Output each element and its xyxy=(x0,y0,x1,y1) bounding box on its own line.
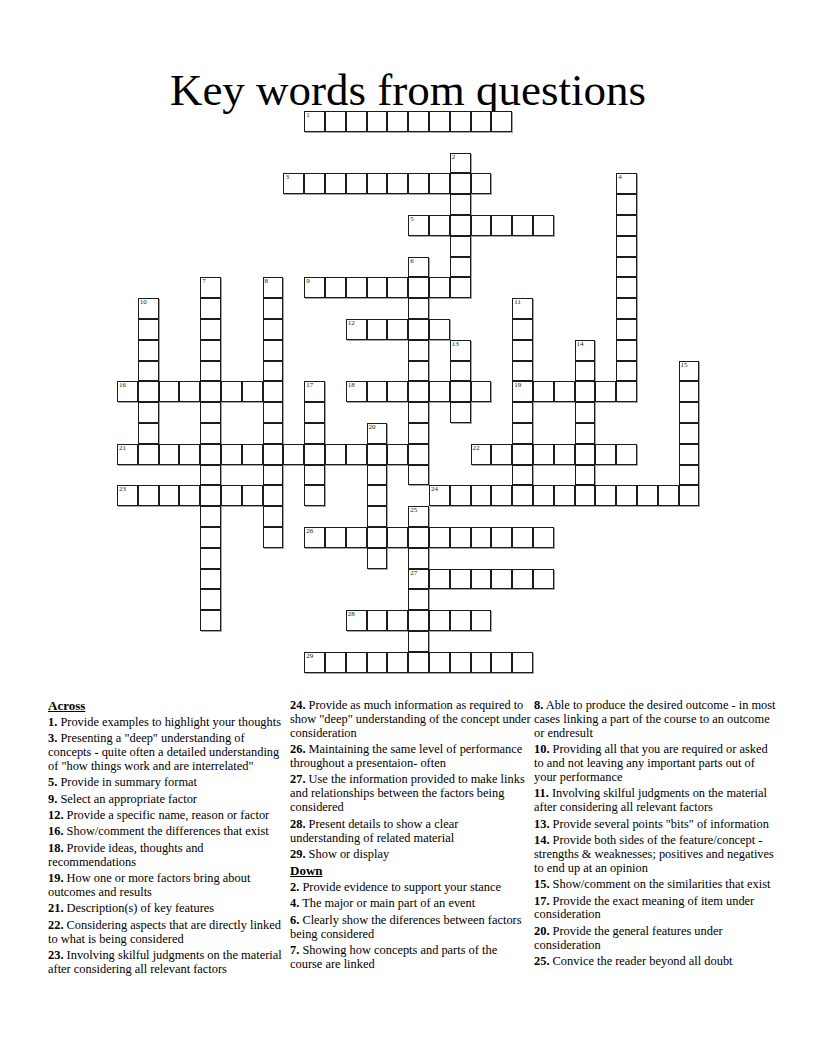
cell[interactable] xyxy=(471,173,492,194)
cell[interactable] xyxy=(575,361,596,382)
cell[interactable]: 13 xyxy=(450,340,471,361)
clues-column-1: Across 1. Provide examples to highlight … xyxy=(48,699,288,979)
cell[interactable] xyxy=(575,444,596,465)
clue: 11. Involving skilful judgments on the m… xyxy=(534,787,777,815)
across-header: Across xyxy=(48,699,288,714)
cell[interactable]: 24 xyxy=(429,485,450,506)
cell[interactable] xyxy=(387,652,408,673)
cell[interactable] xyxy=(179,381,200,402)
cell[interactable] xyxy=(408,631,429,652)
cell[interactable] xyxy=(575,402,596,423)
cell[interactable] xyxy=(679,444,700,465)
cell[interactable] xyxy=(200,548,221,569)
clue-number: 25 xyxy=(410,506,417,514)
clue-number: 7 xyxy=(202,277,206,285)
clue-number: 26 xyxy=(306,527,313,535)
cell[interactable] xyxy=(263,423,284,444)
clue: 9. Select an appropriate factor xyxy=(48,793,288,807)
cell[interactable] xyxy=(616,319,637,340)
cell[interactable] xyxy=(200,319,221,340)
cell[interactable] xyxy=(471,485,492,506)
cell[interactable] xyxy=(450,236,471,257)
clue-number: 21 xyxy=(119,444,126,452)
across-clues-part1: 1. Provide examples to highlight your th… xyxy=(48,716,288,977)
cell[interactable] xyxy=(408,527,429,548)
cell[interactable] xyxy=(263,381,284,402)
cell[interactable] xyxy=(200,361,221,382)
cell[interactable]: 16 xyxy=(117,381,138,402)
clue-number: 20 xyxy=(369,423,376,431)
cell[interactable] xyxy=(616,381,637,402)
cell[interactable] xyxy=(408,381,429,402)
clue: 12. Provide a specific name, reason or f… xyxy=(48,809,288,823)
cell[interactable] xyxy=(367,652,388,673)
clue-number: 23 xyxy=(119,485,126,493)
cell[interactable]: 8 xyxy=(263,277,284,298)
cell[interactable] xyxy=(242,444,263,465)
clue-number: 8 xyxy=(265,277,269,285)
clue-number: 1 xyxy=(306,111,310,119)
cell[interactable] xyxy=(554,444,575,465)
cell[interactable] xyxy=(221,381,242,402)
cell[interactable] xyxy=(200,298,221,319)
cell[interactable]: 22 xyxy=(471,444,492,465)
clue-number: 4 xyxy=(618,173,622,181)
cell[interactable] xyxy=(200,527,221,548)
clue-number: 17 xyxy=(306,381,313,389)
cell[interactable]: 19 xyxy=(512,381,533,402)
cell[interactable] xyxy=(200,610,221,631)
cell[interactable]: 25 xyxy=(408,506,429,527)
cell[interactable] xyxy=(429,111,450,132)
cell[interactable] xyxy=(575,485,596,506)
cell[interactable] xyxy=(200,465,221,486)
cell[interactable] xyxy=(679,465,700,486)
clue: 28. Present details to show a clear unde… xyxy=(290,818,531,846)
cell[interactable] xyxy=(263,361,284,382)
cell[interactable]: 12 xyxy=(346,319,367,340)
cell[interactable]: 6 xyxy=(408,257,429,278)
cell[interactable] xyxy=(159,381,180,402)
cell[interactable] xyxy=(221,485,242,506)
cell[interactable] xyxy=(263,465,284,486)
cell[interactable] xyxy=(575,465,596,486)
cell[interactable] xyxy=(616,215,637,236)
clue-number: 3 xyxy=(285,173,289,181)
clue: 16. Show/comment the differences that ex… xyxy=(48,825,288,839)
clue-number: 10 xyxy=(140,298,147,306)
clues-column-3: 8. Able to produce the desired outcome -… xyxy=(534,699,777,972)
cell[interactable]: 5 xyxy=(408,215,429,236)
cell[interactable] xyxy=(595,444,616,465)
cell[interactable] xyxy=(283,444,304,465)
cell[interactable]: 4 xyxy=(616,173,637,194)
cell[interactable] xyxy=(429,173,450,194)
cell[interactable] xyxy=(450,361,471,382)
clue-number: 24 xyxy=(431,485,438,493)
cell[interactable] xyxy=(658,485,679,506)
cell[interactable] xyxy=(533,444,554,465)
cell[interactable] xyxy=(408,652,429,673)
cell[interactable] xyxy=(138,319,159,340)
cell[interactable] xyxy=(408,548,429,569)
across-clues-part2: 24. Provide as much information as requi… xyxy=(290,699,531,862)
cell[interactable]: 21 xyxy=(117,444,138,465)
clue: 5. Provide in summary format xyxy=(48,776,288,790)
cell[interactable] xyxy=(450,402,471,423)
cell[interactable] xyxy=(242,485,263,506)
clue: 24. Provide as much information as requi… xyxy=(290,699,531,741)
cell[interactable] xyxy=(450,277,471,298)
cell[interactable] xyxy=(491,652,512,673)
cell[interactable] xyxy=(533,485,554,506)
cell[interactable] xyxy=(242,381,263,402)
cell[interactable] xyxy=(387,277,408,298)
cell[interactable] xyxy=(304,465,325,486)
cell[interactable] xyxy=(367,319,388,340)
cell[interactable] xyxy=(325,111,346,132)
cell[interactable] xyxy=(304,423,325,444)
cell[interactable] xyxy=(367,506,388,527)
cell[interactable] xyxy=(138,381,159,402)
cell[interactable] xyxy=(408,423,429,444)
cell[interactable] xyxy=(616,236,637,257)
cell[interactable] xyxy=(200,402,221,423)
cell[interactable] xyxy=(387,610,408,631)
cell[interactable] xyxy=(491,215,512,236)
cell[interactable] xyxy=(450,215,471,236)
clue: 26. Maintaining the same level of perfor… xyxy=(290,743,531,771)
cell[interactable] xyxy=(616,257,637,278)
cell[interactable] xyxy=(325,652,346,673)
cell[interactable] xyxy=(408,298,429,319)
cell[interactable]: 17 xyxy=(304,381,325,402)
cell[interactable]: 10 xyxy=(138,298,159,319)
clues-column-2: 24. Provide as much information as requi… xyxy=(290,699,531,974)
cell[interactable] xyxy=(408,465,429,486)
cell[interactable] xyxy=(679,423,700,444)
cell[interactable] xyxy=(512,652,533,673)
cell[interactable] xyxy=(679,402,700,423)
clue-number: 5 xyxy=(410,215,414,223)
cell[interactable] xyxy=(450,111,471,132)
cell[interactable] xyxy=(533,527,554,548)
clue-number: 6 xyxy=(410,257,414,265)
cell[interactable] xyxy=(200,506,221,527)
cell[interactable] xyxy=(367,381,388,402)
cell[interactable] xyxy=(471,652,492,673)
cell[interactable] xyxy=(429,610,450,631)
cell[interactable] xyxy=(367,485,388,506)
clue-number: 9 xyxy=(306,277,310,285)
cell[interactable] xyxy=(367,610,388,631)
cell[interactable] xyxy=(512,485,533,506)
cell[interactable] xyxy=(387,173,408,194)
cell[interactable] xyxy=(387,444,408,465)
clue-number: 28 xyxy=(348,610,355,618)
clue: 20. Provide the general features under c… xyxy=(534,925,777,953)
cell[interactable] xyxy=(491,527,512,548)
cell[interactable] xyxy=(450,257,471,278)
cell[interactable]: 3 xyxy=(283,173,304,194)
down-clues-part1: 2. Provide evidence to support your stan… xyxy=(290,881,531,972)
cell[interactable] xyxy=(408,111,429,132)
clue: 3. Presenting a "deep" understanding of … xyxy=(48,732,288,774)
cell[interactable] xyxy=(346,444,367,465)
cell[interactable] xyxy=(616,485,637,506)
clue: 6. Clearly show the diferences between f… xyxy=(290,914,531,942)
cell[interactable] xyxy=(387,527,408,548)
cell[interactable] xyxy=(450,173,471,194)
clue-number: 22 xyxy=(473,444,480,452)
clue: 18. Provide ideas, thoughts and recommen… xyxy=(48,842,288,870)
clue: 4. The major or main part of an event xyxy=(290,897,531,911)
cell[interactable] xyxy=(387,381,408,402)
cell[interactable] xyxy=(429,319,450,340)
cell[interactable] xyxy=(616,444,637,465)
cell[interactable] xyxy=(512,444,533,465)
cell[interactable] xyxy=(367,465,388,486)
cell[interactable] xyxy=(595,381,616,402)
cell[interactable] xyxy=(325,173,346,194)
cell[interactable] xyxy=(346,652,367,673)
cell[interactable] xyxy=(367,111,388,132)
clue: 29. Show or display xyxy=(290,848,531,862)
cell[interactable] xyxy=(408,610,429,631)
cell[interactable] xyxy=(408,444,429,465)
cell[interactable] xyxy=(200,589,221,610)
cell[interactable] xyxy=(512,569,533,590)
cell[interactable] xyxy=(429,277,450,298)
cell[interactable]: 2 xyxy=(450,153,471,174)
cell[interactable] xyxy=(408,402,429,423)
cell[interactable] xyxy=(200,423,221,444)
cell[interactable]: 7 xyxy=(200,277,221,298)
cell[interactable] xyxy=(429,215,450,236)
clue-number: 18 xyxy=(348,381,355,389)
cell[interactable] xyxy=(637,485,658,506)
clue-number: 11 xyxy=(514,298,521,306)
cell[interactable] xyxy=(200,340,221,361)
clue-number: 12 xyxy=(348,319,355,327)
crossword-grid: 1234567891011121314151617181920212223242… xyxy=(117,111,699,673)
cell[interactable] xyxy=(491,485,512,506)
cell[interactable] xyxy=(304,402,325,423)
cell[interactable] xyxy=(387,319,408,340)
clue: 27. Use the information provided to make… xyxy=(290,773,531,815)
clue-number: 13 xyxy=(452,340,459,348)
cell[interactable] xyxy=(304,444,325,465)
cell[interactable]: 20 xyxy=(367,423,388,444)
cell[interactable] xyxy=(263,506,284,527)
clue: 21. Description(s) of key features xyxy=(48,902,288,916)
cell[interactable] xyxy=(387,111,408,132)
cell[interactable] xyxy=(595,485,616,506)
cell[interactable] xyxy=(616,361,637,382)
clue: 23. Involving skilful judgments on the m… xyxy=(48,949,288,977)
clue-number: 27 xyxy=(410,569,417,577)
cell[interactable] xyxy=(533,569,554,590)
cell[interactable] xyxy=(471,569,492,590)
cell[interactable] xyxy=(679,381,700,402)
cell[interactable] xyxy=(325,527,346,548)
cell[interactable] xyxy=(263,402,284,423)
clue-number: 15 xyxy=(681,361,688,369)
cell[interactable] xyxy=(429,652,450,673)
cell[interactable] xyxy=(429,527,450,548)
cell[interactable] xyxy=(346,111,367,132)
clue-number: 14 xyxy=(577,340,584,348)
cell[interactable] xyxy=(408,277,429,298)
cell[interactable] xyxy=(200,569,221,590)
cell[interactable] xyxy=(450,610,471,631)
cell[interactable] xyxy=(221,444,242,465)
cell[interactable] xyxy=(179,485,200,506)
cell[interactable] xyxy=(450,485,471,506)
clue-number: 29 xyxy=(306,652,313,660)
cell[interactable] xyxy=(304,485,325,506)
cell[interactable] xyxy=(491,569,512,590)
cell[interactable] xyxy=(575,423,596,444)
cell[interactable] xyxy=(575,381,596,402)
clue: 13. Provide several points "bits" of inf… xyxy=(534,818,777,832)
cell[interactable]: 18 xyxy=(346,381,367,402)
cell[interactable] xyxy=(346,277,367,298)
cell[interactable] xyxy=(512,340,533,361)
clue: 10. Providing all that you are required … xyxy=(534,743,777,785)
cell[interactable] xyxy=(408,173,429,194)
page-title: Key words from questions xyxy=(0,64,816,116)
cell[interactable] xyxy=(450,569,471,590)
clue: 8. Able to produce the desired outcome -… xyxy=(534,699,777,741)
cell[interactable] xyxy=(554,485,575,506)
cell[interactable] xyxy=(138,402,159,423)
clue: 22. Considering aspects that are directl… xyxy=(48,919,288,947)
clue: 19. How one or more factors bring about … xyxy=(48,872,288,900)
cell[interactable] xyxy=(450,381,471,402)
cell[interactable] xyxy=(512,319,533,340)
cell[interactable] xyxy=(138,485,159,506)
cell[interactable] xyxy=(263,527,284,548)
cell[interactable] xyxy=(325,277,346,298)
cell[interactable]: 28 xyxy=(346,610,367,631)
cell[interactable] xyxy=(325,444,346,465)
cell[interactable] xyxy=(616,340,637,361)
page: { "game": "crossword", "title": "Key wor… xyxy=(0,0,816,1056)
cell[interactable] xyxy=(367,548,388,569)
cell[interactable] xyxy=(179,444,200,465)
cell[interactable] xyxy=(512,423,533,444)
cell[interactable] xyxy=(491,444,512,465)
cell[interactable] xyxy=(200,444,221,465)
cell[interactable] xyxy=(554,381,575,402)
cell[interactable] xyxy=(138,423,159,444)
cell[interactable]: 26 xyxy=(304,527,325,548)
clue: 2. Provide evidence to support your stan… xyxy=(290,881,531,895)
cell[interactable]: 27 xyxy=(408,569,429,590)
cell[interactable] xyxy=(367,277,388,298)
cell[interactable]: 11 xyxy=(512,298,533,319)
cell[interactable] xyxy=(367,527,388,548)
cell[interactable] xyxy=(408,340,429,361)
cell[interactable] xyxy=(471,215,492,236)
cell[interactable] xyxy=(533,381,554,402)
cell[interactable] xyxy=(367,444,388,465)
cell[interactable] xyxy=(512,402,533,423)
cell[interactable] xyxy=(471,527,492,548)
cell[interactable] xyxy=(263,444,284,465)
cell[interactable] xyxy=(533,215,554,236)
cell[interactable] xyxy=(138,444,159,465)
cell[interactable] xyxy=(408,361,429,382)
cell[interactable] xyxy=(616,194,637,215)
cell[interactable] xyxy=(138,340,159,361)
cell[interactable] xyxy=(616,277,637,298)
cell[interactable]: 9 xyxy=(304,277,325,298)
cell[interactable] xyxy=(367,173,388,194)
cell[interactable] xyxy=(471,381,492,402)
cell[interactable] xyxy=(512,361,533,382)
cell[interactable] xyxy=(471,610,492,631)
cell[interactable] xyxy=(263,340,284,361)
clue: 1. Provide examples to highlight your th… xyxy=(48,716,288,730)
cell[interactable] xyxy=(263,298,284,319)
down-clues-part2: 8. Able to produce the desired outcome -… xyxy=(534,699,777,969)
cell[interactable] xyxy=(429,381,450,402)
cell[interactable]: 1 xyxy=(304,111,325,132)
cell[interactable] xyxy=(512,465,533,486)
cell[interactable] xyxy=(346,527,367,548)
clue: 7. Showing how concepts and parts of the… xyxy=(290,944,531,972)
cell[interactable] xyxy=(408,319,429,340)
cell[interactable] xyxy=(512,215,533,236)
cell[interactable] xyxy=(429,569,450,590)
clue: 14. Provide both sides of the feature/co… xyxy=(534,834,777,876)
cell[interactable] xyxy=(450,194,471,215)
cell[interactable] xyxy=(263,319,284,340)
cell[interactable] xyxy=(512,527,533,548)
clue: 15. Show/comment on the similarities tha… xyxy=(534,878,777,892)
cell[interactable] xyxy=(138,361,159,382)
clue: 17. Provide the exact meaning of item un… xyxy=(534,895,777,923)
cell[interactable] xyxy=(200,485,221,506)
cell[interactable] xyxy=(159,485,180,506)
cell[interactable] xyxy=(491,111,512,132)
cell[interactable] xyxy=(159,444,180,465)
cell[interactable]: 23 xyxy=(117,485,138,506)
down-header: Down xyxy=(290,864,531,879)
clue-number: 16 xyxy=(119,381,126,389)
cell[interactable]: 15 xyxy=(679,361,700,382)
cell[interactable] xyxy=(408,589,429,610)
cell[interactable] xyxy=(304,173,325,194)
cell[interactable] xyxy=(679,485,700,506)
clue-number: 2 xyxy=(452,153,456,161)
clue-number: 19 xyxy=(514,381,521,389)
cell[interactable] xyxy=(200,381,221,402)
cell[interactable] xyxy=(616,298,637,319)
cell[interactable]: 14 xyxy=(575,340,596,361)
cell[interactable] xyxy=(471,111,492,132)
clue: 25. Convice the reader beyond all doubt xyxy=(534,955,777,969)
cell[interactable] xyxy=(450,652,471,673)
cell[interactable] xyxy=(263,485,284,506)
cell[interactable] xyxy=(346,173,367,194)
cell[interactable]: 29 xyxy=(304,652,325,673)
cell[interactable] xyxy=(450,527,471,548)
